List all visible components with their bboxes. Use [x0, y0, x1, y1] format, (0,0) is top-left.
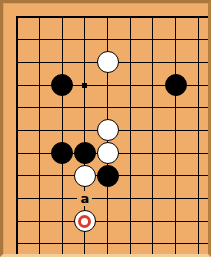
- grid-line-horizontal: [16, 198, 208, 199]
- grid-line-horizontal: [16, 107, 208, 108]
- black-stone: [51, 142, 73, 164]
- black-stone: [97, 165, 119, 187]
- black-stone: [74, 142, 96, 164]
- grid-line-vertical: [152, 16, 153, 254]
- black-stone: [165, 74, 187, 96]
- star-point: [82, 83, 87, 88]
- grid-line-vertical: [62, 16, 63, 254]
- black-stone: [51, 74, 73, 96]
- grid-line-vertical: [198, 16, 199, 254]
- go-board-diagram: a: [0, 0, 211, 257]
- white-stone: [97, 51, 119, 73]
- grid-line-horizontal: [16, 243, 208, 244]
- grid-line-horizontal: [16, 16, 208, 18]
- point-label-a: a: [77, 191, 92, 206]
- white-stone: [97, 119, 119, 141]
- grid-line-vertical: [39, 16, 40, 254]
- circle-marker-icon: [78, 215, 91, 228]
- grid-line-vertical: [175, 16, 176, 254]
- grid-line-horizontal: [16, 39, 208, 40]
- white-stone: [97, 142, 119, 164]
- grid-line-vertical: [130, 16, 131, 254]
- white-stone: [74, 165, 96, 187]
- white-stone-circled: [74, 210, 96, 232]
- grid-line-horizontal: [16, 221, 208, 222]
- grid-line-vertical: [16, 16, 18, 254]
